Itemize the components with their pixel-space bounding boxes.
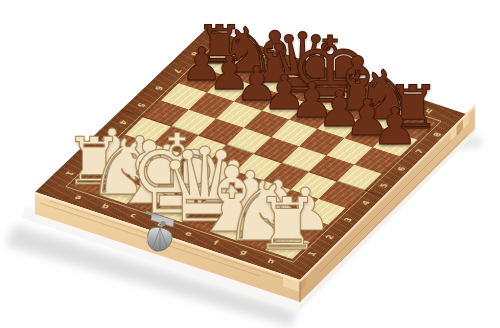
chess-piece-white-rook-h1[interactable]: ♜: [255, 188, 320, 260]
chess-set-photo: aabbccddeeffgghh1122334455667788 ♜♞♝♚♛♝♞…: [0, 0, 500, 328]
chess-piece-black-pawn-h7[interactable]: ♟: [372, 102, 418, 154]
